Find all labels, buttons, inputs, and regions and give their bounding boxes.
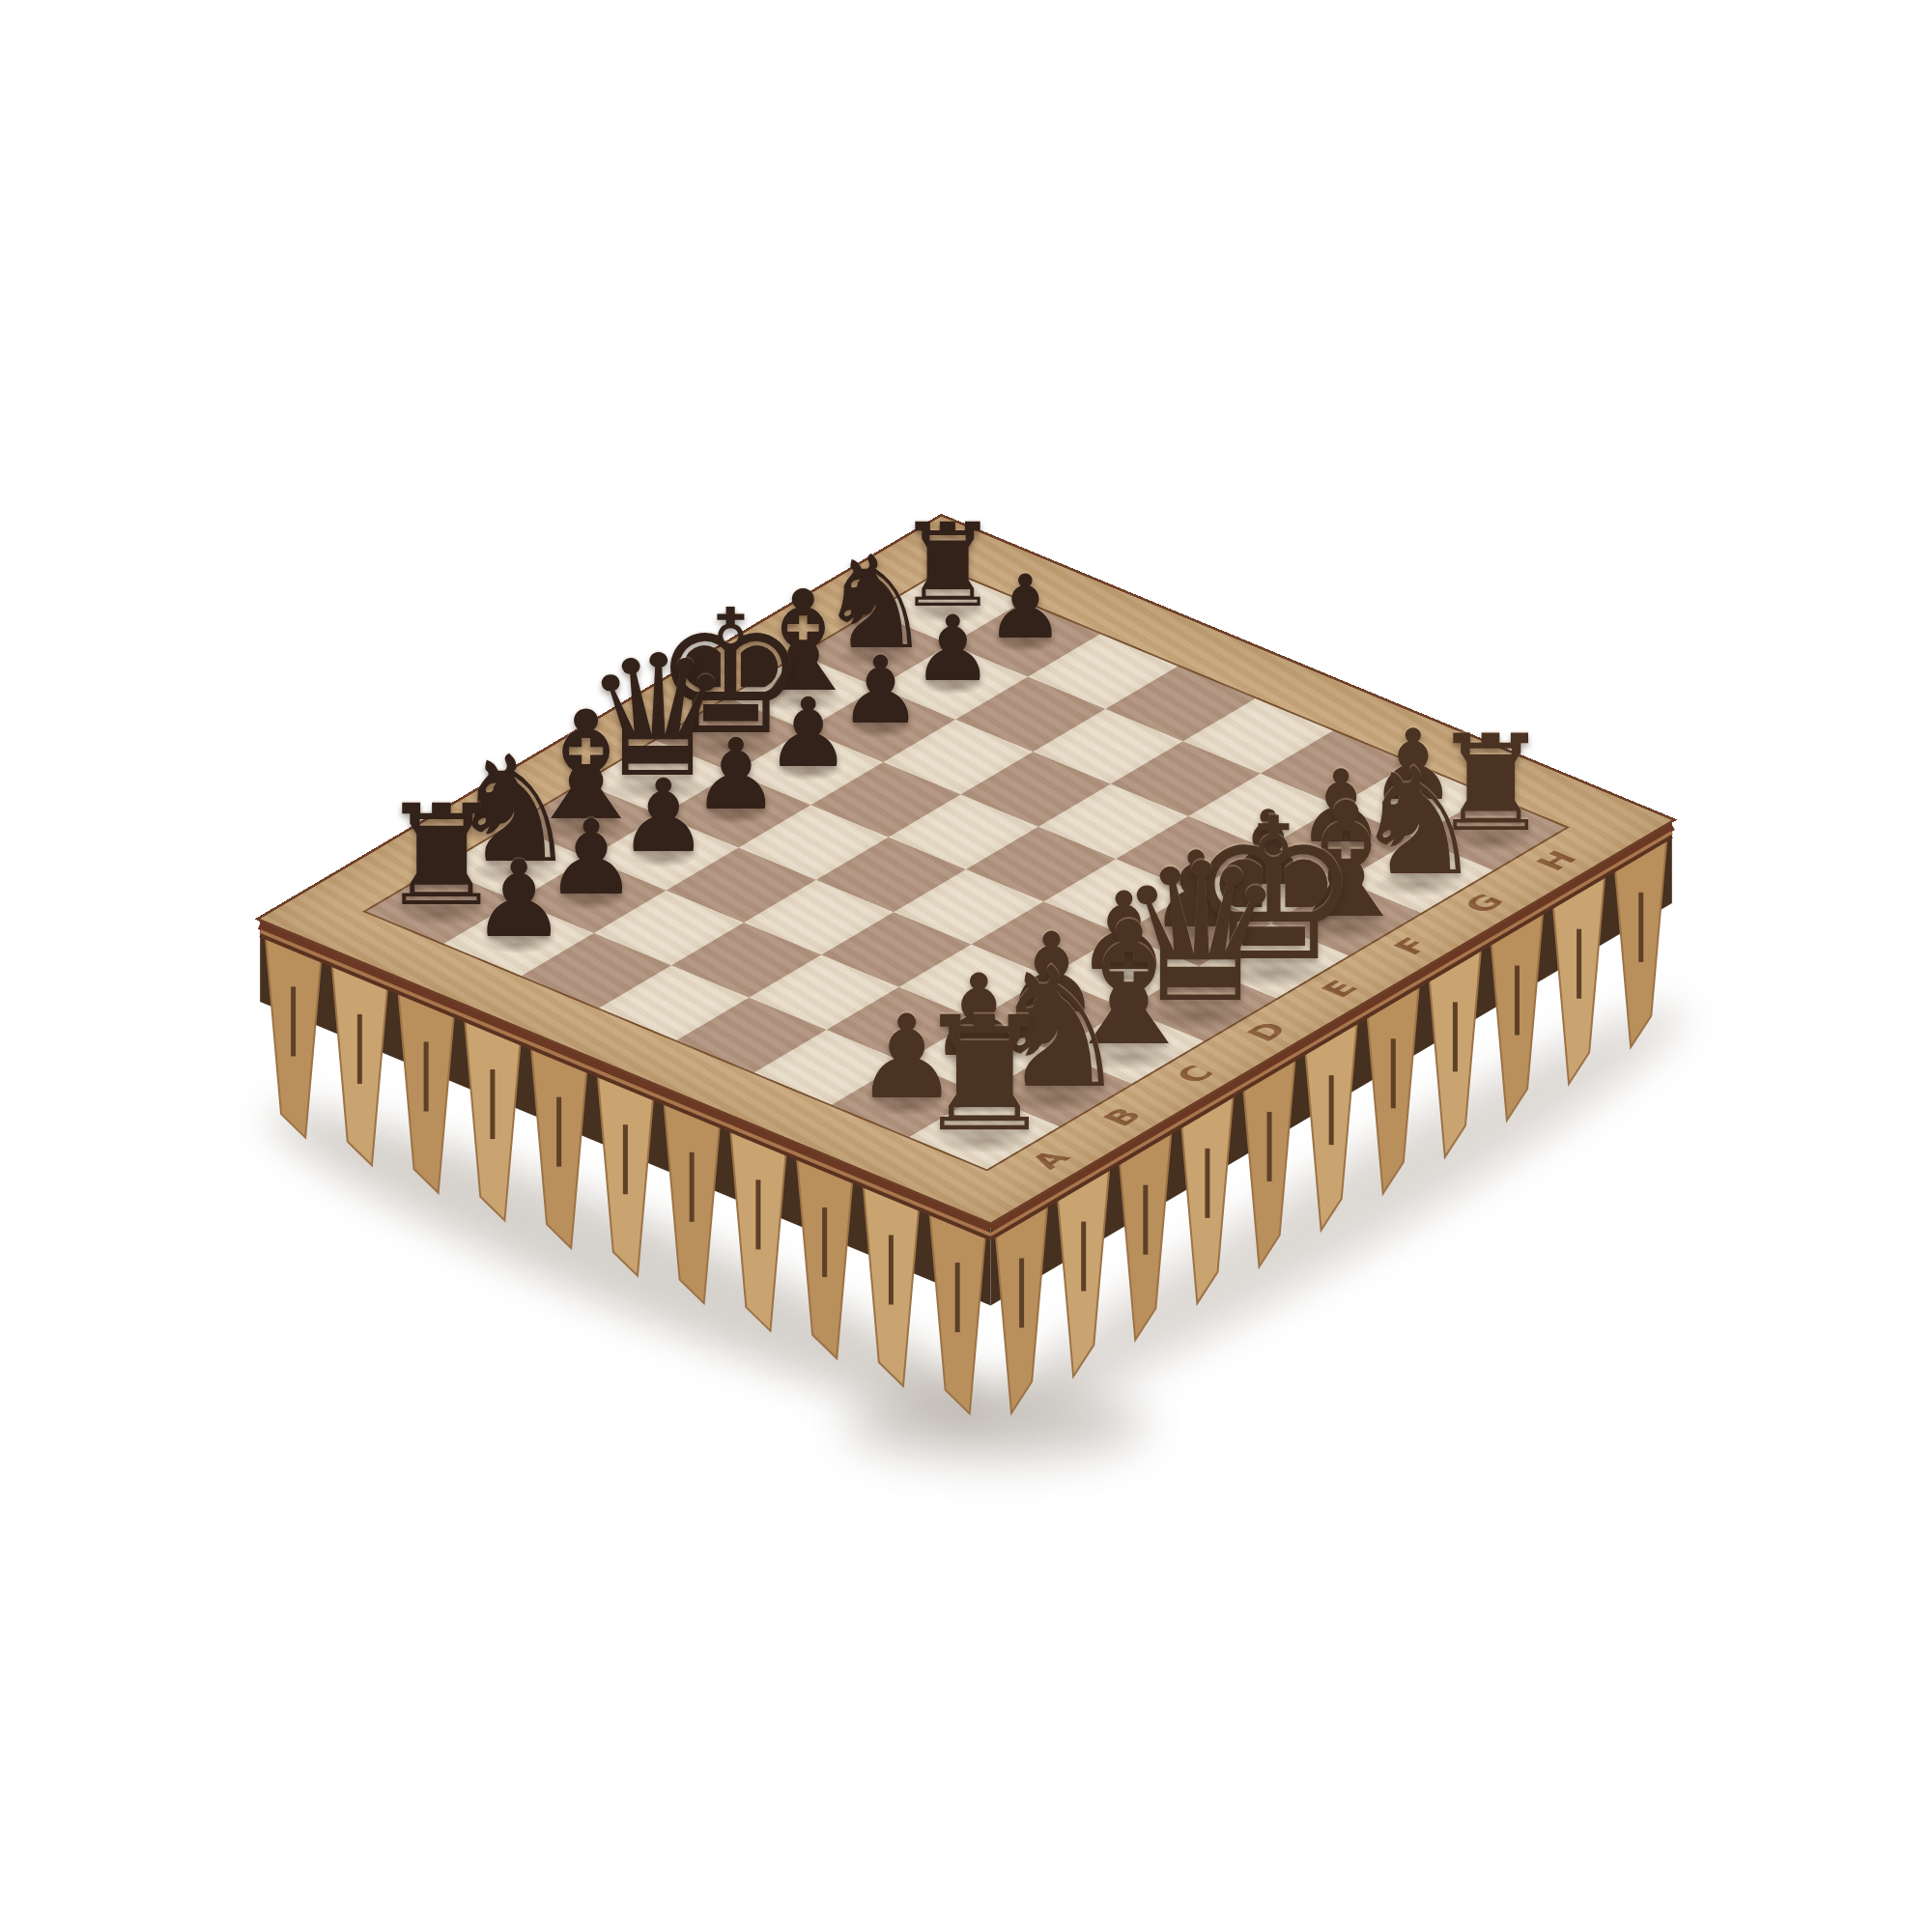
- chess-board: A B C D E F G H: [260, 517, 1672, 1223]
- board-grid: [362, 568, 1570, 1172]
- product-photo-scene: A B C D E F G H ♜♞♝♛♚♝♞♜♟♟♟♟♟♟♟♟♟♟♟♟♟♟♟♟…: [0, 0, 1932, 1932]
- ground-shadow-corner: [846, 1387, 1146, 1459]
